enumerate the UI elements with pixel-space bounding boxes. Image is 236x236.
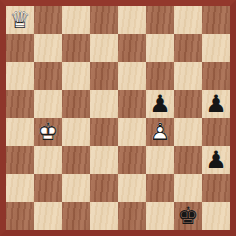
square-h2[interactable]: [202, 174, 230, 202]
square-b8[interactable]: [34, 6, 62, 34]
square-a1[interactable]: [6, 202, 34, 230]
square-d1[interactable]: [90, 202, 118, 230]
square-c6[interactable]: [62, 62, 90, 90]
square-h1[interactable]: [202, 202, 230, 230]
piece-white-king-b4[interactable]: ♚♔: [34, 118, 62, 146]
square-e8[interactable]: [118, 6, 146, 34]
piece-black-pawn-h3[interactable]: ♟: [202, 146, 230, 174]
square-b3[interactable]: [34, 146, 62, 174]
square-d2[interactable]: [90, 174, 118, 202]
square-c1[interactable]: [62, 202, 90, 230]
square-a2[interactable]: [6, 174, 34, 202]
square-b7[interactable]: [34, 34, 62, 62]
square-e2[interactable]: [118, 174, 146, 202]
square-b2[interactable]: [34, 174, 62, 202]
square-a4[interactable]: [6, 118, 34, 146]
square-f6[interactable]: [146, 62, 174, 90]
square-e4[interactable]: [118, 118, 146, 146]
square-e1[interactable]: [118, 202, 146, 230]
piece-black-pawn-f5[interactable]: ♟: [146, 90, 174, 118]
square-g1[interactable]: ♚: [174, 202, 202, 230]
square-c7[interactable]: [62, 34, 90, 62]
square-c2[interactable]: [62, 174, 90, 202]
square-a3[interactable]: [6, 146, 34, 174]
square-d5[interactable]: [90, 90, 118, 118]
square-f2[interactable]: [146, 174, 174, 202]
square-c3[interactable]: [62, 146, 90, 174]
square-a7[interactable]: [6, 34, 34, 62]
square-c8[interactable]: [62, 6, 90, 34]
square-g7[interactable]: [174, 34, 202, 62]
black-king-glyph: ♚: [174, 202, 202, 230]
square-a8[interactable]: ♛♕: [6, 6, 34, 34]
piece-black-pawn-h5[interactable]: ♟: [202, 90, 230, 118]
square-d7[interactable]: [90, 34, 118, 62]
square-e3[interactable]: [118, 146, 146, 174]
square-a5[interactable]: [6, 90, 34, 118]
square-d8[interactable]: [90, 6, 118, 34]
chess-board: ♛♕♟♟♚♔♟♙♟♚: [6, 6, 230, 230]
square-d6[interactable]: [90, 62, 118, 90]
square-h8[interactable]: [202, 6, 230, 34]
square-c4[interactable]: [62, 118, 90, 146]
square-g2[interactable]: [174, 174, 202, 202]
square-b5[interactable]: [34, 90, 62, 118]
white-queen-outline-glyph: ♕: [6, 6, 34, 34]
square-g4[interactable]: [174, 118, 202, 146]
black-pawn-glyph: ♟: [202, 90, 230, 118]
square-h3[interactable]: ♟: [202, 146, 230, 174]
square-h4[interactable]: [202, 118, 230, 146]
piece-black-king-g1[interactable]: ♚: [174, 202, 202, 230]
piece-white-queen-a8[interactable]: ♛♕: [6, 6, 34, 34]
square-e7[interactable]: [118, 34, 146, 62]
square-h5[interactable]: ♟: [202, 90, 230, 118]
square-f5[interactable]: ♟: [146, 90, 174, 118]
square-b1[interactable]: [34, 202, 62, 230]
white-pawn-outline-glyph: ♙: [146, 118, 174, 146]
piece-white-pawn-f4[interactable]: ♟♙: [146, 118, 174, 146]
chess-board-frame: ♛♕♟♟♚♔♟♙♟♚: [0, 0, 236, 236]
square-f7[interactable]: [146, 34, 174, 62]
square-a6[interactable]: [6, 62, 34, 90]
square-d4[interactable]: [90, 118, 118, 146]
square-f1[interactable]: [146, 202, 174, 230]
black-pawn-glyph: ♟: [146, 90, 174, 118]
square-f3[interactable]: [146, 146, 174, 174]
square-e5[interactable]: [118, 90, 146, 118]
square-f4[interactable]: ♟♙: [146, 118, 174, 146]
square-d3[interactable]: [90, 146, 118, 174]
square-g6[interactable]: [174, 62, 202, 90]
square-c5[interactable]: [62, 90, 90, 118]
black-pawn-glyph: ♟: [202, 146, 230, 174]
square-h7[interactable]: [202, 34, 230, 62]
square-f8[interactable]: [146, 6, 174, 34]
square-g8[interactable]: [174, 6, 202, 34]
square-g3[interactable]: [174, 146, 202, 174]
square-h6[interactable]: [202, 62, 230, 90]
square-e6[interactable]: [118, 62, 146, 90]
white-king-outline-glyph: ♔: [34, 118, 62, 146]
square-g5[interactable]: [174, 90, 202, 118]
square-b4[interactable]: ♚♔: [34, 118, 62, 146]
square-b6[interactable]: [34, 62, 62, 90]
